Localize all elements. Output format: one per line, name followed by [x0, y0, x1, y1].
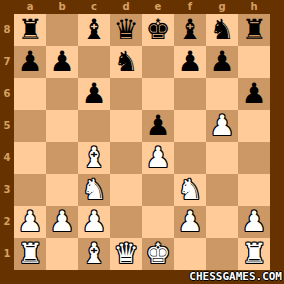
- white-pawn-e4: ♟: [142, 142, 174, 174]
- white-rook-h1: ♜: [238, 238, 270, 270]
- square-a4: [14, 142, 46, 174]
- square-b4: [46, 142, 78, 174]
- square-d8: ♛: [110, 14, 142, 46]
- file-label-d: d: [110, 0, 142, 14]
- rank-labels: 87654321: [0, 14, 14, 270]
- rank-label-7: 7: [0, 46, 14, 78]
- square-e7: [142, 46, 174, 78]
- square-g8: ♞: [206, 14, 238, 46]
- square-c7: [78, 46, 110, 78]
- square-f3: ♞: [174, 174, 206, 206]
- square-c4: ♝: [78, 142, 110, 174]
- white-knight-f3: ♞: [174, 174, 206, 206]
- square-a6: [14, 78, 46, 110]
- square-b6: [46, 78, 78, 110]
- square-h1: ♜: [238, 238, 270, 270]
- white-bishop-c1: ♝: [78, 238, 110, 270]
- square-d4: [110, 142, 142, 174]
- square-b2: ♟: [46, 206, 78, 238]
- square-f6: [174, 78, 206, 110]
- square-e2: [142, 206, 174, 238]
- square-e1: ♚: [142, 238, 174, 270]
- white-rook-a1: ♜: [14, 238, 46, 270]
- white-pawn-b2: ♟: [46, 206, 78, 238]
- square-c2: ♟: [78, 206, 110, 238]
- square-e8: ♚: [142, 14, 174, 46]
- file-label-g: g: [206, 0, 238, 14]
- black-pawn-c6: ♟: [78, 78, 110, 110]
- square-d1: ♛: [110, 238, 142, 270]
- square-h2: ♟: [238, 206, 270, 238]
- square-f7: ♟: [174, 46, 206, 78]
- square-c6: ♟: [78, 78, 110, 110]
- square-d3: [110, 174, 142, 206]
- square-b1: [46, 238, 78, 270]
- square-e6: [142, 78, 174, 110]
- white-bishop-c4: ♝: [78, 142, 110, 174]
- square-b5: [46, 110, 78, 142]
- square-e3: [142, 174, 174, 206]
- rank-label-6: 6: [0, 78, 14, 110]
- square-h3: [238, 174, 270, 206]
- file-label-b: b: [46, 0, 78, 14]
- chessboard: ♜♝♛♚♝♞♜♟♟♞♟♟♟♟♟♟♝♟♞♞♟♟♟♟♟♜♝♛♚♜: [14, 14, 270, 270]
- square-c1: ♝: [78, 238, 110, 270]
- black-bishop-f8: ♝: [174, 14, 206, 46]
- square-c8: ♝: [78, 14, 110, 46]
- square-g1: [206, 238, 238, 270]
- black-pawn-f7: ♟: [174, 46, 206, 78]
- square-a8: ♜: [14, 14, 46, 46]
- black-knight-g8: ♞: [206, 14, 238, 46]
- square-f2: ♟: [174, 206, 206, 238]
- rank-label-4: 4: [0, 142, 14, 174]
- black-rook-h8: ♜: [238, 14, 270, 46]
- square-h7: [238, 46, 270, 78]
- square-h8: ♜: [238, 14, 270, 46]
- black-bishop-c8: ♝: [78, 14, 110, 46]
- square-f1: [174, 238, 206, 270]
- square-a1: ♜: [14, 238, 46, 270]
- file-label-e: e: [142, 0, 174, 14]
- white-knight-c3: ♞: [78, 174, 110, 206]
- square-b7: ♟: [46, 46, 78, 78]
- white-pawn-a2: ♟: [14, 206, 46, 238]
- white-pawn-f2: ♟: [174, 206, 206, 238]
- black-queen-d8: ♛: [110, 14, 142, 46]
- file-labels: abcdefgh: [14, 0, 270, 14]
- file-label-c: c: [78, 0, 110, 14]
- square-h6: ♟: [238, 78, 270, 110]
- square-c5: [78, 110, 110, 142]
- rank-label-3: 3: [0, 174, 14, 206]
- white-pawn-c2: ♟: [78, 206, 110, 238]
- black-pawn-g7: ♟: [206, 46, 238, 78]
- square-g4: [206, 142, 238, 174]
- file-label-f: f: [174, 0, 206, 14]
- square-g7: ♟: [206, 46, 238, 78]
- square-f8: ♝: [174, 14, 206, 46]
- rank-label-5: 5: [0, 110, 14, 142]
- square-f5: [174, 110, 206, 142]
- square-c3: ♞: [78, 174, 110, 206]
- chessboard-frame: abcdefgh 87654321 ♜♝♛♚♝♞♜♟♟♞♟♟♟♟♟♟♝♟♞♞♟♟…: [0, 0, 284, 284]
- square-a5: [14, 110, 46, 142]
- square-g5: ♟: [206, 110, 238, 142]
- rank-label-1: 1: [0, 238, 14, 270]
- square-h5: [238, 110, 270, 142]
- file-label-a: a: [14, 0, 46, 14]
- white-pawn-h2: ♟: [238, 206, 270, 238]
- square-g6: [206, 78, 238, 110]
- black-rook-a8: ♜: [14, 14, 46, 46]
- square-a3: [14, 174, 46, 206]
- square-a7: ♟: [14, 46, 46, 78]
- rank-label-2: 2: [0, 206, 14, 238]
- square-e5: ♟: [142, 110, 174, 142]
- square-e4: ♟: [142, 142, 174, 174]
- white-pawn-g5: ♟: [206, 110, 238, 142]
- square-g2: [206, 206, 238, 238]
- white-queen-d1: ♛: [110, 238, 142, 270]
- file-label-h: h: [238, 0, 270, 14]
- black-pawn-h6: ♟: [238, 78, 270, 110]
- square-b3: [46, 174, 78, 206]
- square-h4: [238, 142, 270, 174]
- square-d5: [110, 110, 142, 142]
- white-king-e1: ♚: [142, 238, 174, 270]
- square-d6: [110, 78, 142, 110]
- rank-label-8: 8: [0, 14, 14, 46]
- square-f4: [174, 142, 206, 174]
- black-pawn-a7: ♟: [14, 46, 46, 78]
- square-g3: [206, 174, 238, 206]
- black-knight-d7: ♞: [110, 46, 142, 78]
- square-d7: ♞: [110, 46, 142, 78]
- site-watermark: CHESSGAMES.COM: [189, 270, 282, 283]
- square-b8: [46, 14, 78, 46]
- black-pawn-b7: ♟: [46, 46, 78, 78]
- black-pawn-e5: ♟: [142, 110, 174, 142]
- black-king-e8: ♚: [142, 14, 174, 46]
- square-a2: ♟: [14, 206, 46, 238]
- square-d2: [110, 206, 142, 238]
